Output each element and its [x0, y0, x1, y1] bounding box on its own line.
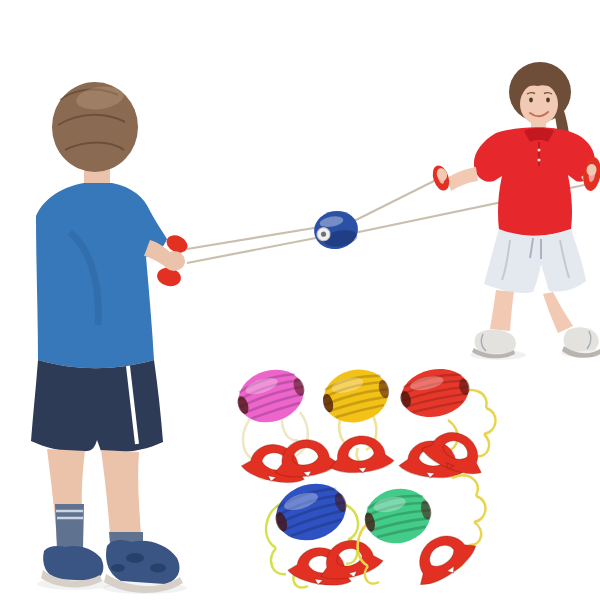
girl-face	[520, 83, 558, 125]
variant-green-ball	[360, 483, 437, 550]
variant-pink-ball	[230, 361, 311, 431]
boy-figure	[31, 82, 190, 594]
scene-svg	[0, 0, 600, 600]
boy-shirt	[36, 183, 167, 368]
pull-ball	[311, 207, 361, 252]
variant-pink-handles	[240, 436, 340, 488]
boy-right-leg	[101, 450, 141, 534]
variant-blue-ball	[268, 475, 354, 550]
girl-right-leg	[543, 292, 573, 333]
variant-pink	[230, 361, 339, 488]
girl-shirt	[474, 127, 595, 236]
boy-shorts	[31, 360, 163, 452]
variant-green	[358, 476, 486, 593]
variant-blue-handles	[286, 533, 385, 590]
variant-red	[396, 363, 496, 481]
girl-right-shoe	[564, 327, 599, 352]
variant-red-ball	[396, 363, 474, 424]
variant-blue	[266, 475, 385, 591]
girl-left-arm	[447, 167, 478, 191]
product-variants	[230, 361, 495, 592]
girl-shorts	[484, 229, 586, 293]
boy-right-shoe	[106, 540, 179, 584]
boy-fist	[163, 251, 185, 271]
product-photo	[0, 0, 600, 600]
girl-left-leg	[490, 290, 514, 331]
variant-red-handles	[398, 423, 492, 482]
variant-yellow-handles	[327, 433, 395, 476]
variant-yellow-ball	[317, 363, 395, 430]
